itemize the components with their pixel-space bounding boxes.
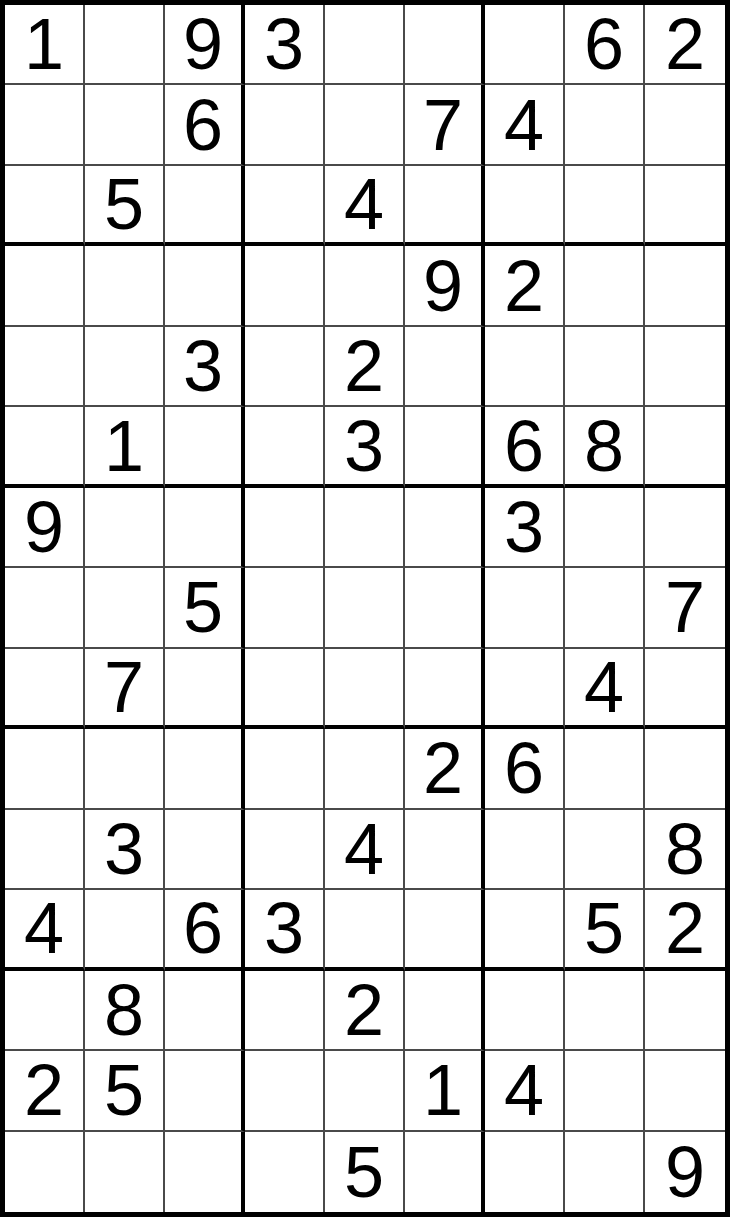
cell-r8c7[interactable] — [485, 568, 565, 648]
given-digit: 4 — [24, 892, 64, 964]
given-digit: 3 — [104, 813, 144, 885]
cell-r10c9[interactable] — [645, 729, 725, 809]
cell-r14c9[interactable] — [645, 1051, 725, 1131]
cell-r5c9[interactable] — [645, 327, 725, 407]
cell-r14c3[interactable] — [165, 1051, 245, 1131]
cell-r9c2[interactable]: 7 — [85, 649, 165, 729]
cell-r4c1[interactable] — [5, 246, 85, 326]
cell-r15c9[interactable]: 9 — [645, 1132, 725, 1212]
cell-r13c9[interactable] — [645, 971, 725, 1051]
cell-r3c1[interactable] — [5, 166, 85, 246]
cell-r6c9[interactable] — [645, 407, 725, 487]
cell-r3c3[interactable] — [165, 166, 245, 246]
given-digit: 2 — [344, 330, 384, 402]
cell-r7c9[interactable] — [645, 488, 725, 568]
cell-r10c3[interactable] — [165, 729, 245, 809]
cell-r15c5[interactable]: 5 — [325, 1132, 405, 1212]
cell-r14c4[interactable] — [245, 1051, 325, 1131]
given-digit: 5 — [183, 571, 223, 643]
cell-r2c3[interactable]: 6 — [165, 85, 245, 165]
sudoku-board: 1936267454923213689357742634846352822514… — [0, 0, 730, 1217]
given-digit: 5 — [584, 892, 624, 964]
cell-r13c7[interactable] — [485, 971, 565, 1051]
cell-r5c6[interactable] — [405, 327, 485, 407]
cell-r15c2[interactable] — [85, 1132, 165, 1212]
cell-r15c4[interactable] — [245, 1132, 325, 1212]
given-digit: 9 — [665, 1136, 705, 1208]
given-digit: 3 — [264, 8, 304, 80]
cell-r4c3[interactable] — [165, 246, 245, 326]
cell-r3c9[interactable] — [645, 166, 725, 246]
cell-r13c6[interactable] — [405, 971, 485, 1051]
given-digit: 9 — [24, 491, 64, 563]
cell-r12c8[interactable]: 5 — [565, 890, 645, 970]
cell-r1c8[interactable]: 6 — [565, 5, 645, 85]
cell-r5c4[interactable] — [245, 327, 325, 407]
cell-r5c8[interactable] — [565, 327, 645, 407]
cell-r12c4[interactable]: 3 — [245, 890, 325, 970]
given-digit: 3 — [504, 491, 544, 563]
cell-r6c1[interactable] — [5, 407, 85, 487]
cell-r12c6[interactable] — [405, 890, 485, 970]
given-digit: 6 — [183, 89, 223, 161]
cell-r9c8[interactable]: 4 — [565, 649, 645, 729]
cell-r6c6[interactable] — [405, 407, 485, 487]
cell-r10c2[interactable] — [85, 729, 165, 809]
cell-r9c4[interactable] — [245, 649, 325, 729]
cell-r12c2[interactable] — [85, 890, 165, 970]
cell-r1c4[interactable]: 3 — [245, 5, 325, 85]
given-digit: 7 — [423, 89, 463, 161]
cell-r8c6[interactable] — [405, 568, 485, 648]
given-digit: 8 — [665, 813, 705, 885]
given-digit: 6 — [504, 732, 544, 804]
cell-r2c8[interactable] — [565, 85, 645, 165]
cell-r4c4[interactable] — [245, 246, 325, 326]
cell-r11c9[interactable]: 8 — [645, 810, 725, 890]
cell-r9c9[interactable] — [645, 649, 725, 729]
cell-r8c1[interactable] — [5, 568, 85, 648]
cell-r10c7[interactable]: 6 — [485, 729, 565, 809]
cell-r13c5[interactable]: 2 — [325, 971, 405, 1051]
given-digit: 2 — [24, 1054, 64, 1126]
given-digit: 4 — [344, 168, 384, 240]
cell-r10c1[interactable] — [5, 729, 85, 809]
cell-r2c2[interactable] — [85, 85, 165, 165]
cell-r3c8[interactable] — [565, 166, 645, 246]
cell-r11c8[interactable] — [565, 810, 645, 890]
given-digit: 7 — [665, 571, 705, 643]
cell-r14c8[interactable] — [565, 1051, 645, 1131]
cell-r13c3[interactable] — [165, 971, 245, 1051]
cell-r7c3[interactable] — [165, 488, 245, 568]
cell-r14c5[interactable] — [325, 1051, 405, 1131]
cell-r8c4[interactable] — [245, 568, 325, 648]
given-digit: 6 — [504, 410, 544, 482]
cell-r4c9[interactable] — [645, 246, 725, 326]
cell-r11c3[interactable] — [165, 810, 245, 890]
given-digit: 5 — [344, 1136, 384, 1208]
cell-r11c6[interactable] — [405, 810, 485, 890]
given-digit: 8 — [584, 410, 624, 482]
cell-r4c6[interactable]: 9 — [405, 246, 485, 326]
given-digit: 1 — [24, 8, 64, 80]
given-digit: 6 — [183, 892, 223, 964]
given-digit: 3 — [344, 410, 384, 482]
given-digit: 7 — [104, 651, 144, 723]
cell-r5c2[interactable] — [85, 327, 165, 407]
cell-r3c2[interactable]: 5 — [85, 166, 165, 246]
cell-r4c5[interactable] — [325, 246, 405, 326]
given-digit: 2 — [423, 732, 463, 804]
cell-r11c2[interactable]: 3 — [85, 810, 165, 890]
cell-r2c6[interactable]: 7 — [405, 85, 485, 165]
given-digit: 4 — [584, 651, 624, 723]
given-digit: 1 — [423, 1054, 463, 1126]
cell-r12c1[interactable]: 4 — [5, 890, 85, 970]
cell-r12c7[interactable] — [485, 890, 565, 970]
cell-r1c9[interactable]: 2 — [645, 5, 725, 85]
cell-r2c7[interactable]: 4 — [485, 85, 565, 165]
cell-r6c2[interactable]: 1 — [85, 407, 165, 487]
cell-r1c3[interactable]: 9 — [165, 5, 245, 85]
cell-r9c1[interactable] — [5, 649, 85, 729]
cell-r10c4[interactable] — [245, 729, 325, 809]
cell-r15c3[interactable] — [165, 1132, 245, 1212]
cell-r1c1[interactable]: 1 — [5, 5, 85, 85]
cell-r13c2[interactable]: 8 — [85, 971, 165, 1051]
given-digit: 2 — [665, 892, 705, 964]
cell-r3c4[interactable] — [245, 166, 325, 246]
cell-r15c6[interactable] — [405, 1132, 485, 1212]
cell-r11c1[interactable] — [5, 810, 85, 890]
given-digit: 2 — [665, 8, 705, 80]
cell-r2c4[interactable] — [245, 85, 325, 165]
cell-r7c2[interactable] — [85, 488, 165, 568]
cell-r4c7[interactable]: 2 — [485, 246, 565, 326]
cell-r13c1[interactable] — [5, 971, 85, 1051]
cell-r6c7[interactable]: 6 — [485, 407, 565, 487]
cell-r7c5[interactable] — [325, 488, 405, 568]
cell-r14c6[interactable]: 1 — [405, 1051, 485, 1131]
cell-r8c5[interactable] — [325, 568, 405, 648]
cell-r12c3[interactable]: 6 — [165, 890, 245, 970]
cell-r7c6[interactable] — [405, 488, 485, 568]
cell-r5c1[interactable] — [5, 327, 85, 407]
cell-r8c3[interactable]: 5 — [165, 568, 245, 648]
given-digit: 2 — [504, 250, 544, 322]
cell-r4c8[interactable] — [565, 246, 645, 326]
cell-r6c3[interactable] — [165, 407, 245, 487]
cell-r2c1[interactable] — [5, 85, 85, 165]
cell-r7c4[interactable] — [245, 488, 325, 568]
cell-r11c4[interactable] — [245, 810, 325, 890]
given-digit: 5 — [104, 168, 144, 240]
cell-r14c1[interactable]: 2 — [5, 1051, 85, 1131]
cell-r9c3[interactable] — [165, 649, 245, 729]
given-digit: 2 — [344, 974, 384, 1046]
cell-r5c7[interactable] — [485, 327, 565, 407]
cell-r6c5[interactable]: 3 — [325, 407, 405, 487]
cell-r10c6[interactable]: 2 — [405, 729, 485, 809]
cell-r12c5[interactable] — [325, 890, 405, 970]
cell-r3c5[interactable]: 4 — [325, 166, 405, 246]
cell-r10c8[interactable] — [565, 729, 645, 809]
cell-r13c4[interactable] — [245, 971, 325, 1051]
cell-r14c7[interactable]: 4 — [485, 1051, 565, 1131]
given-digit: 6 — [584, 8, 624, 80]
cell-r2c9[interactable] — [645, 85, 725, 165]
given-digit: 4 — [504, 1054, 544, 1126]
cell-r6c8[interactable]: 8 — [565, 407, 645, 487]
cell-r1c5[interactable] — [325, 5, 405, 85]
cell-r8c8[interactable] — [565, 568, 645, 648]
cell-r1c7[interactable] — [485, 5, 565, 85]
cell-r10c5[interactable] — [325, 729, 405, 809]
cell-r14c2[interactable]: 5 — [85, 1051, 165, 1131]
cell-r3c6[interactable] — [405, 166, 485, 246]
cell-r11c5[interactable]: 4 — [325, 810, 405, 890]
given-digit: 3 — [183, 330, 223, 402]
cell-r9c6[interactable] — [405, 649, 485, 729]
cell-r6c4[interactable] — [245, 407, 325, 487]
cell-r9c7[interactable] — [485, 649, 565, 729]
cell-r9c5[interactable] — [325, 649, 405, 729]
cell-r13c8[interactable] — [565, 971, 645, 1051]
cell-r3c7[interactable] — [485, 166, 565, 246]
cell-r1c2[interactable] — [85, 5, 165, 85]
cell-r7c7[interactable]: 3 — [485, 488, 565, 568]
cell-r12c9[interactable]: 2 — [645, 890, 725, 970]
given-digit: 5 — [104, 1054, 144, 1126]
cell-r11c7[interactable] — [485, 810, 565, 890]
cell-r1c6[interactable] — [405, 5, 485, 85]
given-digit: 9 — [423, 250, 463, 322]
cell-r15c7[interactable] — [485, 1132, 565, 1212]
cell-r8c9[interactable]: 7 — [645, 568, 725, 648]
cell-r4c2[interactable] — [85, 246, 165, 326]
cell-r7c8[interactable] — [565, 488, 645, 568]
cell-r2c5[interactable] — [325, 85, 405, 165]
cell-r5c5[interactable]: 2 — [325, 327, 405, 407]
given-digit: 4 — [504, 89, 544, 161]
given-digit: 1 — [104, 410, 144, 482]
given-digit: 4 — [344, 813, 384, 885]
given-digit: 9 — [183, 8, 223, 80]
cell-r15c8[interactable] — [565, 1132, 645, 1212]
given-digit: 3 — [264, 892, 304, 964]
cell-r15c1[interactable] — [5, 1132, 85, 1212]
given-digit: 8 — [104, 974, 144, 1046]
cell-r5c3[interactable]: 3 — [165, 327, 245, 407]
cell-r7c1[interactable]: 9 — [5, 488, 85, 568]
cell-r8c2[interactable] — [85, 568, 165, 648]
